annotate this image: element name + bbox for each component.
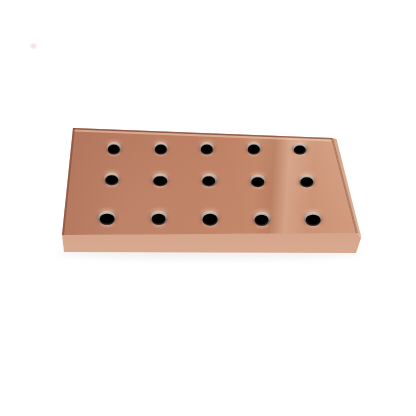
drilled-hole bbox=[108, 145, 120, 155]
board-holes-layer bbox=[0, 0, 416, 416]
drilled-hole bbox=[201, 145, 213, 155]
drilled-hole bbox=[294, 145, 306, 155]
drilled-hole bbox=[247, 145, 259, 155]
drilled-hole bbox=[154, 145, 166, 155]
photo-canvas bbox=[0, 0, 416, 416]
